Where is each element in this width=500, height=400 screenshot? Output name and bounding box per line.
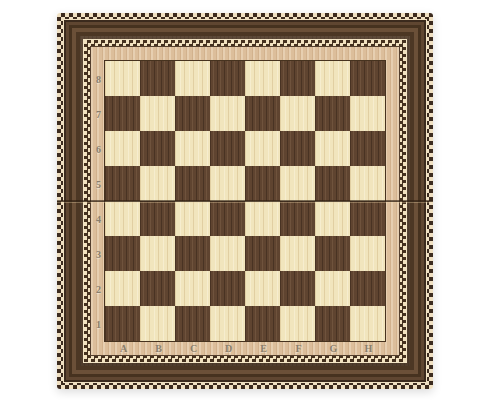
file-label-h: H <box>351 343 386 356</box>
square-c4[interactable] <box>175 201 210 236</box>
chess-board: 87654321ABCDEFGH <box>57 13 433 389</box>
square-d3[interactable] <box>210 236 245 271</box>
square-e1[interactable] <box>245 306 280 341</box>
square-g4[interactable] <box>315 201 350 236</box>
square-g8[interactable] <box>315 61 350 96</box>
file-label-f: F <box>281 343 316 356</box>
square-f6[interactable] <box>280 131 315 166</box>
square-f1[interactable] <box>280 306 315 341</box>
fold-seam <box>57 200 433 203</box>
square-h6[interactable] <box>350 131 385 166</box>
square-b8[interactable] <box>140 61 175 96</box>
rank-label-8: 8 <box>92 62 105 97</box>
square-h7[interactable] <box>350 96 385 131</box>
square-c7[interactable] <box>175 96 210 131</box>
square-f2[interactable] <box>280 271 315 306</box>
square-b7[interactable] <box>140 96 175 131</box>
square-c2[interactable] <box>175 271 210 306</box>
photo-background: 87654321ABCDEFGH <box>0 0 500 400</box>
square-b1[interactable] <box>140 306 175 341</box>
square-c1[interactable] <box>175 306 210 341</box>
square-e7[interactable] <box>245 96 280 131</box>
file-label-g: G <box>316 343 351 356</box>
square-e4[interactable] <box>245 201 280 236</box>
square-b4[interactable] <box>140 201 175 236</box>
square-e5[interactable] <box>245 166 280 201</box>
square-e6[interactable] <box>245 131 280 166</box>
square-f7[interactable] <box>280 96 315 131</box>
square-h8[interactable] <box>350 61 385 96</box>
square-a3[interactable] <box>105 236 140 271</box>
square-c5[interactable] <box>175 166 210 201</box>
square-g3[interactable] <box>315 236 350 271</box>
square-a5[interactable] <box>105 166 140 201</box>
square-d8[interactable] <box>210 61 245 96</box>
square-d2[interactable] <box>210 271 245 306</box>
square-f4[interactable] <box>280 201 315 236</box>
square-c6[interactable] <box>175 131 210 166</box>
square-b5[interactable] <box>140 166 175 201</box>
square-d6[interactable] <box>210 131 245 166</box>
rank-label-1: 1 <box>92 307 105 342</box>
square-d7[interactable] <box>210 96 245 131</box>
square-a1[interactable] <box>105 306 140 341</box>
square-h4[interactable] <box>350 201 385 236</box>
square-f3[interactable] <box>280 236 315 271</box>
square-d4[interactable] <box>210 201 245 236</box>
square-c8[interactable] <box>175 61 210 96</box>
square-a7[interactable] <box>105 96 140 131</box>
rank-label-5: 5 <box>92 167 105 202</box>
square-f5[interactable] <box>280 166 315 201</box>
square-d1[interactable] <box>210 306 245 341</box>
square-c3[interactable] <box>175 236 210 271</box>
square-e8[interactable] <box>245 61 280 96</box>
square-a8[interactable] <box>105 61 140 96</box>
square-a2[interactable] <box>105 271 140 306</box>
file-label-a: A <box>106 343 141 356</box>
square-a6[interactable] <box>105 131 140 166</box>
rank-label-4: 4 <box>92 202 105 237</box>
square-h1[interactable] <box>350 306 385 341</box>
square-e3[interactable] <box>245 236 280 271</box>
square-g5[interactable] <box>315 166 350 201</box>
square-h2[interactable] <box>350 271 385 306</box>
square-g2[interactable] <box>315 271 350 306</box>
square-b2[interactable] <box>140 271 175 306</box>
square-f8[interactable] <box>280 61 315 96</box>
square-a4[interactable] <box>105 201 140 236</box>
file-label-b: B <box>141 343 176 356</box>
square-d5[interactable] <box>210 166 245 201</box>
rank-label-3: 3 <box>92 237 105 272</box>
square-h5[interactable] <box>350 166 385 201</box>
file-label-c: C <box>176 343 211 356</box>
square-e2[interactable] <box>245 271 280 306</box>
square-g6[interactable] <box>315 131 350 166</box>
rank-label-6: 6 <box>92 132 105 167</box>
square-b6[interactable] <box>140 131 175 166</box>
square-g1[interactable] <box>315 306 350 341</box>
square-h3[interactable] <box>350 236 385 271</box>
rank-label-7: 7 <box>92 97 105 132</box>
rank-label-2: 2 <box>92 272 105 307</box>
file-label-d: D <box>211 343 246 356</box>
square-b3[interactable] <box>140 236 175 271</box>
square-g7[interactable] <box>315 96 350 131</box>
file-label-e: E <box>246 343 281 356</box>
